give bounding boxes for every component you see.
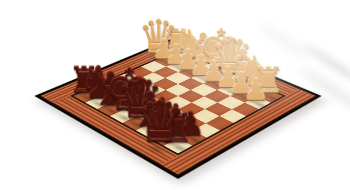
- chess-set-product-photo: ♜♞♝♛♚♝♞♜♟♟♟♟♟♟♟♟♟♟♟♟♟♟♟♟♜♞♝♛♚♝♞♜♛♛: [0, 0, 350, 190]
- backdrop-piece-shadow: [258, 22, 313, 61]
- chess-board: ♜♞♝♛♚♝♞♜♟♟♟♟♟♟♟♟♟♟♟♟♟♟♟♟♜♞♝♛♚♝♞♜♛♛: [34, 36, 322, 180]
